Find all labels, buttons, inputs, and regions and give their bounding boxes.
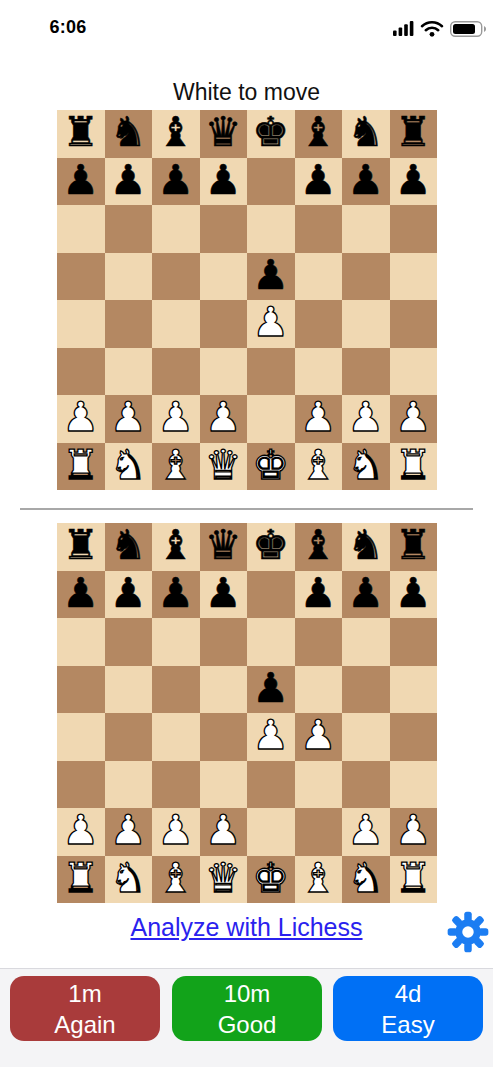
square-f6[interactable] [295, 618, 343, 666]
square-h7[interactable]: ♟ [390, 158, 438, 206]
square-h1[interactable]: ♜ [390, 443, 438, 491]
black-pawn: ♟ [110, 160, 147, 201]
square-e5[interactable]: ♟ [247, 253, 295, 301]
square-g8[interactable]: ♞ [342, 523, 390, 571]
square-d3[interactable] [200, 348, 248, 396]
white-knight: ♞ [347, 858, 384, 899]
square-b8[interactable]: ♞ [105, 523, 153, 571]
black-pawn: ♟ [395, 573, 432, 614]
gear-icon [446, 910, 490, 954]
divider [20, 508, 473, 510]
square-f5[interactable] [295, 253, 343, 301]
white-bishop: ♝ [157, 858, 194, 899]
square-e7[interactable] [247, 571, 295, 619]
square-a5[interactable] [57, 253, 105, 301]
square-b3[interactable] [105, 348, 153, 396]
black-bishop: ♝ [157, 525, 194, 566]
square-e3[interactable] [247, 761, 295, 809]
square-b2[interactable]: ♟ [105, 808, 153, 856]
square-b5[interactable] [105, 253, 153, 301]
square-f2[interactable] [295, 808, 343, 856]
wifi-icon [420, 20, 444, 37]
square-h4[interactable] [390, 713, 438, 761]
square-h8[interactable]: ♜ [390, 523, 438, 571]
square-a7[interactable]: ♟ [57, 571, 105, 619]
square-a8[interactable]: ♜ [57, 110, 105, 158]
square-b4[interactable] [105, 300, 153, 348]
square-b6[interactable] [105, 618, 153, 666]
black-knight: ♞ [110, 525, 147, 566]
square-g2[interactable]: ♟ [342, 808, 390, 856]
black-pawn: ♟ [252, 255, 289, 296]
square-a3[interactable] [57, 348, 105, 396]
square-b5[interactable] [105, 666, 153, 714]
again-button[interactable]: 1m Again [10, 976, 160, 1041]
square-d5[interactable] [200, 253, 248, 301]
square-a1[interactable]: ♜ [57, 443, 105, 491]
black-knight: ♞ [347, 525, 384, 566]
white-bishop: ♝ [300, 445, 337, 486]
square-g4[interactable] [342, 300, 390, 348]
square-e8[interactable]: ♚ [247, 110, 295, 158]
square-e1[interactable]: ♚ [247, 443, 295, 491]
square-a2[interactable]: ♟ [57, 808, 105, 856]
square-a6[interactable] [57, 205, 105, 253]
square-c2[interactable]: ♟ [152, 808, 200, 856]
white-pawn: ♟ [62, 810, 99, 851]
question-board[interactable]: ♜♞♝♛♚♝♞♜♟♟♟♟♟♟♟♟♟♟♟♟♟♟♟♟♜♞♝♛♚♝♞♜ [57, 110, 437, 490]
square-f8[interactable]: ♝ [295, 110, 343, 158]
square-g1[interactable]: ♞ [342, 856, 390, 904]
good-label: Good [218, 1009, 277, 1040]
white-pawn: ♟ [110, 397, 147, 438]
square-c1[interactable]: ♝ [152, 856, 200, 904]
black-queen: ♛ [205, 112, 242, 153]
white-pawn: ♟ [157, 397, 194, 438]
battery-icon [450, 21, 487, 37]
again-interval: 1m [68, 978, 101, 1009]
square-g1[interactable]: ♞ [342, 443, 390, 491]
square-d1[interactable]: ♛ [200, 856, 248, 904]
square-h6[interactable] [390, 618, 438, 666]
white-rook: ♜ [62, 445, 99, 486]
square-h3[interactable] [390, 348, 438, 396]
black-rook: ♜ [62, 525, 99, 566]
square-f4[interactable]: ♟ [295, 713, 343, 761]
square-g8[interactable]: ♞ [342, 110, 390, 158]
square-b7[interactable]: ♟ [105, 158, 153, 206]
white-king: ♚ [252, 858, 289, 899]
app-screen: 6:06 White to move ♜♞♝♛♚♝♞♜♟♟♟♟♟♟♟♟♟♟♟♟♟… [0, 0, 493, 1067]
white-pawn: ♟ [110, 810, 147, 851]
square-b1[interactable]: ♞ [105, 856, 153, 904]
black-knight: ♞ [347, 112, 384, 153]
square-c8[interactable]: ♝ [152, 110, 200, 158]
good-interval: 10m [224, 978, 271, 1009]
square-b2[interactable]: ♟ [105, 395, 153, 443]
square-f3[interactable] [295, 761, 343, 809]
square-d5[interactable] [200, 666, 248, 714]
white-pawn: ♟ [62, 397, 99, 438]
square-d3[interactable] [200, 761, 248, 809]
square-d6[interactable] [200, 205, 248, 253]
black-pawn: ♟ [157, 573, 194, 614]
square-d1[interactable]: ♛ [200, 443, 248, 491]
square-g4[interactable] [342, 713, 390, 761]
square-d4[interactable] [200, 300, 248, 348]
white-pawn: ♟ [300, 715, 337, 756]
square-c7[interactable]: ♟ [152, 571, 200, 619]
square-h4[interactable] [390, 300, 438, 348]
square-h6[interactable] [390, 205, 438, 253]
square-c4[interactable] [152, 300, 200, 348]
square-f3[interactable] [295, 348, 343, 396]
square-c3[interactable] [152, 348, 200, 396]
square-d4[interactable] [200, 713, 248, 761]
square-f7[interactable]: ♟ [295, 158, 343, 206]
square-e5[interactable]: ♟ [247, 666, 295, 714]
square-a4[interactable] [57, 713, 105, 761]
white-rook: ♜ [395, 445, 432, 486]
black-pawn: ♟ [252, 668, 289, 709]
good-button[interactable]: 10m Good [172, 976, 322, 1041]
square-a7[interactable]: ♟ [57, 158, 105, 206]
square-h5[interactable] [390, 666, 438, 714]
square-f1[interactable]: ♝ [295, 856, 343, 904]
black-rook: ♜ [395, 525, 432, 566]
square-a5[interactable] [57, 666, 105, 714]
white-pawn: ♟ [252, 302, 289, 343]
square-e1[interactable]: ♚ [247, 856, 295, 904]
square-g2[interactable]: ♟ [342, 395, 390, 443]
white-pawn: ♟ [205, 810, 242, 851]
black-pawn: ♟ [110, 573, 147, 614]
square-d7[interactable]: ♟ [200, 158, 248, 206]
square-g7[interactable]: ♟ [342, 571, 390, 619]
cellular-signal-icon [393, 21, 414, 36]
black-pawn: ♟ [347, 160, 384, 201]
square-g6[interactable] [342, 205, 390, 253]
square-b6[interactable] [105, 205, 153, 253]
square-h2[interactable]: ♟ [390, 395, 438, 443]
black-pawn: ♟ [62, 573, 99, 614]
square-c5[interactable] [152, 666, 200, 714]
square-c1[interactable]: ♝ [152, 443, 200, 491]
square-f5[interactable] [295, 666, 343, 714]
square-c7[interactable]: ♟ [152, 158, 200, 206]
white-pawn: ♟ [395, 810, 432, 851]
black-king: ♚ [252, 112, 289, 153]
black-pawn: ♟ [395, 160, 432, 201]
square-h5[interactable] [390, 253, 438, 301]
square-h3[interactable] [390, 761, 438, 809]
white-pawn: ♟ [157, 810, 194, 851]
square-e2[interactable] [247, 395, 295, 443]
black-bishop: ♝ [300, 112, 337, 153]
status-icons [393, 20, 487, 37]
white-queen: ♛ [205, 858, 242, 899]
square-g3[interactable] [342, 348, 390, 396]
square-h1[interactable]: ♜ [390, 856, 438, 904]
square-c6[interactable] [152, 205, 200, 253]
square-b3[interactable] [105, 761, 153, 809]
white-bishop: ♝ [300, 858, 337, 899]
square-d8[interactable]: ♛ [200, 110, 248, 158]
square-a3[interactable] [57, 761, 105, 809]
square-d2[interactable]: ♟ [200, 808, 248, 856]
white-pawn: ♟ [395, 397, 432, 438]
square-a2[interactable]: ♟ [57, 395, 105, 443]
black-rook: ♜ [395, 112, 432, 153]
easy-button[interactable]: 4d Easy [333, 976, 483, 1041]
square-g3[interactable] [342, 761, 390, 809]
square-e2[interactable] [247, 808, 295, 856]
square-b4[interactable] [105, 713, 153, 761]
black-pawn: ♟ [157, 160, 194, 201]
square-e7[interactable] [247, 158, 295, 206]
square-f1[interactable]: ♝ [295, 443, 343, 491]
square-b7[interactable]: ♟ [105, 571, 153, 619]
black-pawn: ♟ [205, 573, 242, 614]
white-rook: ♜ [62, 858, 99, 899]
square-e6[interactable] [247, 618, 295, 666]
square-g7[interactable]: ♟ [342, 158, 390, 206]
square-e4[interactable]: ♟ [247, 300, 295, 348]
square-h2[interactable]: ♟ [390, 808, 438, 856]
square-g5[interactable] [342, 666, 390, 714]
square-h8[interactable]: ♜ [390, 110, 438, 158]
square-f8[interactable]: ♝ [295, 523, 343, 571]
easy-label: Easy [381, 1009, 434, 1040]
square-d7[interactable]: ♟ [200, 571, 248, 619]
again-label: Again [54, 1009, 115, 1040]
white-pawn: ♟ [347, 810, 384, 851]
square-g5[interactable] [342, 253, 390, 301]
square-a1[interactable]: ♜ [57, 856, 105, 904]
square-c8[interactable]: ♝ [152, 523, 200, 571]
white-pawn: ♟ [347, 397, 384, 438]
black-king: ♚ [252, 525, 289, 566]
black-pawn: ♟ [300, 573, 337, 614]
square-f6[interactable] [295, 205, 343, 253]
square-f2[interactable]: ♟ [295, 395, 343, 443]
black-pawn: ♟ [347, 573, 384, 614]
square-e4[interactable]: ♟ [247, 713, 295, 761]
square-c4[interactable] [152, 713, 200, 761]
black-pawn: ♟ [62, 160, 99, 201]
square-e8[interactable]: ♚ [247, 523, 295, 571]
square-a4[interactable] [57, 300, 105, 348]
review-bar: 1m Again 10m Good 4d Easy [0, 968, 493, 1067]
white-knight: ♞ [110, 445, 147, 486]
black-rook: ♜ [62, 112, 99, 153]
white-pawn: ♟ [300, 397, 337, 438]
black-pawn: ♟ [205, 160, 242, 201]
white-knight: ♞ [110, 858, 147, 899]
black-bishop: ♝ [300, 525, 337, 566]
square-c3[interactable] [152, 761, 200, 809]
white-pawn: ♟ [252, 715, 289, 756]
black-queen: ♛ [205, 525, 242, 566]
white-queen: ♛ [205, 445, 242, 486]
square-d2[interactable]: ♟ [200, 395, 248, 443]
square-g6[interactable] [342, 618, 390, 666]
square-f4[interactable] [295, 300, 343, 348]
black-pawn: ♟ [300, 160, 337, 201]
square-h7[interactable]: ♟ [390, 571, 438, 619]
square-e6[interactable] [247, 205, 295, 253]
settings-button[interactable] [446, 910, 490, 956]
white-bishop: ♝ [157, 445, 194, 486]
square-a8[interactable]: ♜ [57, 523, 105, 571]
square-c6[interactable] [152, 618, 200, 666]
analyze-link-row: Analyze with Lichess [0, 913, 493, 942]
analyze-with-lichess-link[interactable]: Analyze with Lichess [130, 913, 362, 941]
easy-interval: 4d [395, 978, 422, 1009]
black-knight: ♞ [110, 112, 147, 153]
white-rook: ♜ [395, 858, 432, 899]
square-e3[interactable] [247, 348, 295, 396]
square-d6[interactable] [200, 618, 248, 666]
square-b1[interactable]: ♞ [105, 443, 153, 491]
square-f7[interactable]: ♟ [295, 571, 343, 619]
square-b8[interactable]: ♞ [105, 110, 153, 158]
white-king: ♚ [252, 445, 289, 486]
square-c2[interactable]: ♟ [152, 395, 200, 443]
square-c5[interactable] [152, 253, 200, 301]
status-time: 6:06 [36, 17, 100, 38]
page-title: White to move [0, 79, 493, 106]
white-knight: ♞ [347, 445, 384, 486]
black-bishop: ♝ [157, 112, 194, 153]
white-pawn: ♟ [205, 397, 242, 438]
square-a6[interactable] [57, 618, 105, 666]
square-d8[interactable]: ♛ [200, 523, 248, 571]
answer-board[interactable]: ♜♞♝♛♚♝♞♜♟♟♟♟♟♟♟♟♟♟♟♟♟♟♟♟♜♞♝♛♚♝♞♜ [57, 523, 437, 903]
